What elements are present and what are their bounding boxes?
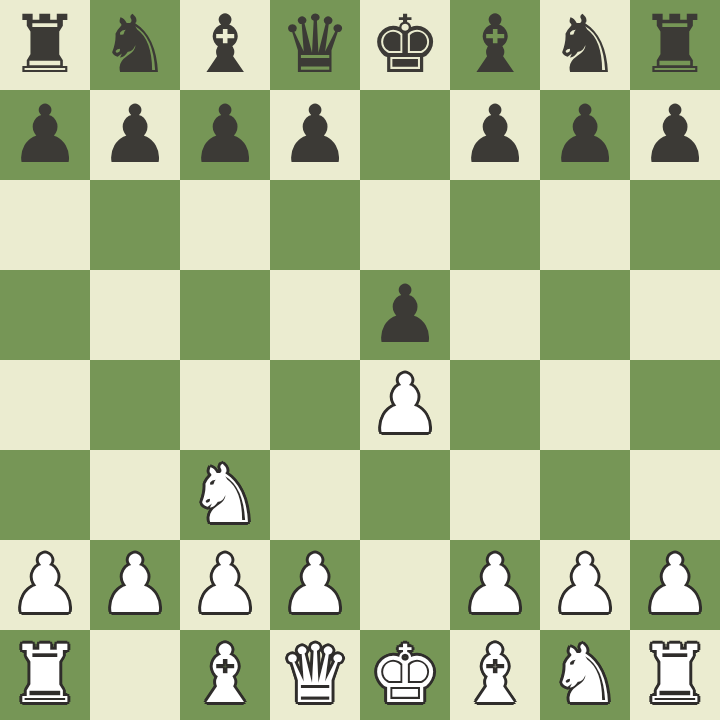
black-bishop[interactable]: ♝	[459, 0, 531, 90]
square-c6[interactable]	[180, 180, 270, 270]
square-g7[interactable]: ♟	[540, 90, 630, 180]
square-f8[interactable]: ♝	[450, 0, 540, 90]
black-bishop[interactable]: ♝	[189, 0, 261, 90]
square-e1[interactable]: ♚	[360, 630, 450, 720]
white-pawn[interactable]: ♟	[279, 540, 351, 630]
square-b5[interactable]	[90, 270, 180, 360]
white-pawn[interactable]: ♟	[369, 360, 441, 450]
square-e3[interactable]	[360, 450, 450, 540]
square-d4[interactable]	[270, 360, 360, 450]
square-g4[interactable]	[540, 360, 630, 450]
square-d2[interactable]: ♟	[270, 540, 360, 630]
square-d3[interactable]	[270, 450, 360, 540]
white-bishop[interactable]: ♝	[189, 630, 261, 720]
square-f1[interactable]: ♝	[450, 630, 540, 720]
square-f3[interactable]	[450, 450, 540, 540]
black-pawn[interactable]: ♟	[99, 90, 171, 180]
square-h5[interactable]	[630, 270, 720, 360]
square-h4[interactable]	[630, 360, 720, 450]
square-e2[interactable]	[360, 540, 450, 630]
square-e6[interactable]	[360, 180, 450, 270]
square-h7[interactable]: ♟	[630, 90, 720, 180]
square-c4[interactable]	[180, 360, 270, 450]
black-knight[interactable]: ♞	[99, 0, 171, 90]
white-knight[interactable]: ♞	[549, 630, 621, 720]
square-c1[interactable]: ♝	[180, 630, 270, 720]
square-b8[interactable]: ♞	[90, 0, 180, 90]
square-d1[interactable]: ♛	[270, 630, 360, 720]
square-g1[interactable]: ♞	[540, 630, 630, 720]
square-c5[interactable]	[180, 270, 270, 360]
square-b4[interactable]	[90, 360, 180, 450]
square-a5[interactable]	[0, 270, 90, 360]
square-g8[interactable]: ♞	[540, 0, 630, 90]
square-h3[interactable]	[630, 450, 720, 540]
square-a2[interactable]: ♟	[0, 540, 90, 630]
square-a1[interactable]: ♜	[0, 630, 90, 720]
black-pawn[interactable]: ♟	[9, 90, 81, 180]
square-e8[interactable]: ♚	[360, 0, 450, 90]
square-h1[interactable]: ♜	[630, 630, 720, 720]
square-a8[interactable]: ♜	[0, 0, 90, 90]
black-pawn[interactable]: ♟	[549, 90, 621, 180]
square-g6[interactable]	[540, 180, 630, 270]
square-a4[interactable]	[0, 360, 90, 450]
square-b7[interactable]: ♟	[90, 90, 180, 180]
square-e5[interactable]: ♟	[360, 270, 450, 360]
black-pawn[interactable]: ♟	[459, 90, 531, 180]
white-king[interactable]: ♚	[369, 630, 441, 720]
square-c2[interactable]: ♟	[180, 540, 270, 630]
black-knight[interactable]: ♞	[549, 0, 621, 90]
square-b6[interactable]	[90, 180, 180, 270]
black-pawn[interactable]: ♟	[639, 90, 711, 180]
square-b1[interactable]	[90, 630, 180, 720]
white-rook[interactable]: ♜	[9, 630, 81, 720]
white-pawn[interactable]: ♟	[549, 540, 621, 630]
square-a7[interactable]: ♟	[0, 90, 90, 180]
square-h6[interactable]	[630, 180, 720, 270]
square-c7[interactable]: ♟	[180, 90, 270, 180]
square-g5[interactable]	[540, 270, 630, 360]
white-pawn[interactable]: ♟	[99, 540, 171, 630]
black-king[interactable]: ♚	[369, 0, 441, 90]
black-queen[interactable]: ♛	[279, 0, 351, 90]
white-pawn[interactable]: ♟	[639, 540, 711, 630]
black-pawn[interactable]: ♟	[189, 90, 261, 180]
square-g2[interactable]: ♟	[540, 540, 630, 630]
square-d8[interactable]: ♛	[270, 0, 360, 90]
black-pawn[interactable]: ♟	[369, 270, 441, 360]
black-rook[interactable]: ♜	[9, 0, 81, 90]
square-e7[interactable]	[360, 90, 450, 180]
black-rook[interactable]: ♜	[639, 0, 711, 90]
square-f6[interactable]	[450, 180, 540, 270]
square-d6[interactable]	[270, 180, 360, 270]
square-h8[interactable]: ♜	[630, 0, 720, 90]
square-f2[interactable]: ♟	[450, 540, 540, 630]
square-h2[interactable]: ♟	[630, 540, 720, 630]
square-d5[interactable]	[270, 270, 360, 360]
square-f7[interactable]: ♟	[450, 90, 540, 180]
chess-board: ♜♞♝♛♚♝♞♜♟♟♟♟♟♟♟♟♟♞♟♟♟♟♟♟♟♜♝♛♚♝♞♜	[0, 0, 720, 720]
square-g3[interactable]	[540, 450, 630, 540]
square-a3[interactable]	[0, 450, 90, 540]
square-a6[interactable]	[0, 180, 90, 270]
white-pawn[interactable]: ♟	[9, 540, 81, 630]
square-f4[interactable]	[450, 360, 540, 450]
white-pawn[interactable]: ♟	[189, 540, 261, 630]
white-queen[interactable]: ♛	[279, 630, 351, 720]
square-b2[interactable]: ♟	[90, 540, 180, 630]
square-d7[interactable]: ♟	[270, 90, 360, 180]
white-pawn[interactable]: ♟	[459, 540, 531, 630]
white-bishop[interactable]: ♝	[459, 630, 531, 720]
white-rook[interactable]: ♜	[639, 630, 711, 720]
square-e4[interactable]: ♟	[360, 360, 450, 450]
black-pawn[interactable]: ♟	[279, 90, 351, 180]
square-f5[interactable]	[450, 270, 540, 360]
white-knight[interactable]: ♞	[189, 450, 261, 540]
square-b3[interactable]	[90, 450, 180, 540]
square-c3[interactable]: ♞	[180, 450, 270, 540]
square-c8[interactable]: ♝	[180, 0, 270, 90]
